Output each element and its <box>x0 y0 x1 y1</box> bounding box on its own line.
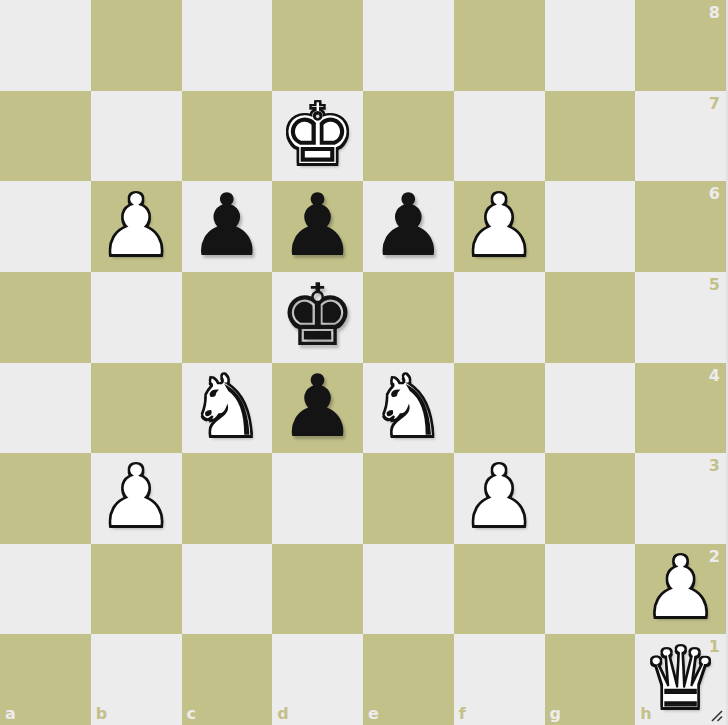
square-f5[interactable] <box>454 272 545 363</box>
white-pawn-piece[interactable]: ♟ <box>642 544 719 630</box>
square-a4[interactable] <box>0 363 91 454</box>
square-e7[interactable] <box>363 91 454 182</box>
square-c7[interactable] <box>182 91 273 182</box>
square-d1[interactable]: d <box>272 634 363 725</box>
rank-label-3: 3 <box>709 456 720 475</box>
square-b5[interactable] <box>91 272 182 363</box>
square-d5[interactable]: ♚ <box>272 272 363 363</box>
square-a1[interactable]: a <box>0 634 91 725</box>
square-d2[interactable] <box>272 544 363 635</box>
black-pawn-piece[interactable]: ♟ <box>279 182 356 268</box>
square-e1[interactable]: e <box>363 634 454 725</box>
square-c6[interactable]: ♟ <box>182 181 273 272</box>
square-e3[interactable] <box>363 453 454 544</box>
square-g7[interactable] <box>545 91 636 182</box>
square-d6[interactable]: ♟ <box>272 181 363 272</box>
square-d7[interactable]: ♚ <box>272 91 363 182</box>
white-pawn-piece[interactable]: ♟ <box>98 182 175 268</box>
white-pawn-piece[interactable]: ♟ <box>98 453 175 539</box>
square-c1[interactable]: c <box>182 634 273 725</box>
black-pawn-piece[interactable]: ♟ <box>188 182 265 268</box>
square-a3[interactable] <box>0 453 91 544</box>
square-h6[interactable]: 6 <box>635 181 726 272</box>
square-e6[interactable]: ♟ <box>363 181 454 272</box>
square-d3[interactable] <box>272 453 363 544</box>
square-g4[interactable] <box>545 363 636 454</box>
file-label-g: g <box>550 704 561 723</box>
square-b1[interactable]: b <box>91 634 182 725</box>
square-g1[interactable]: g <box>545 634 636 725</box>
square-b8[interactable] <box>91 0 182 91</box>
square-a7[interactable] <box>0 91 91 182</box>
rank-label-7: 7 <box>709 94 720 113</box>
file-label-f: f <box>459 704 466 723</box>
square-h4[interactable]: 4 <box>635 363 726 454</box>
file-label-b: b <box>96 704 107 723</box>
square-b4[interactable] <box>91 363 182 454</box>
file-label-e: e <box>368 704 379 723</box>
rank-label-5: 5 <box>709 275 720 294</box>
white-queen-piece[interactable]: ♛ <box>642 635 719 721</box>
square-e5[interactable] <box>363 272 454 363</box>
file-label-c: c <box>187 704 196 723</box>
rank-label-6: 6 <box>709 184 720 203</box>
black-pawn-piece[interactable]: ♟ <box>279 363 356 449</box>
square-c8[interactable] <box>182 0 273 91</box>
black-king-piece[interactable]: ♚ <box>279 272 356 358</box>
square-b2[interactable] <box>91 544 182 635</box>
square-f1[interactable]: f <box>454 634 545 725</box>
square-f7[interactable] <box>454 91 545 182</box>
square-b3[interactable]: ♟ <box>91 453 182 544</box>
square-h5[interactable]: 5 <box>635 272 726 363</box>
square-g5[interactable] <box>545 272 636 363</box>
file-label-a: a <box>5 704 16 723</box>
resize-handle-icon[interactable] <box>709 708 724 723</box>
square-e4[interactable]: ♞ <box>363 363 454 454</box>
square-b6[interactable]: ♟ <box>91 181 182 272</box>
square-f4[interactable] <box>454 363 545 454</box>
square-e8[interactable] <box>363 0 454 91</box>
square-c2[interactable] <box>182 544 273 635</box>
white-pawn-piece[interactable]: ♟ <box>461 453 538 539</box>
white-pawn-piece[interactable]: ♟ <box>461 182 538 268</box>
square-g3[interactable] <box>545 453 636 544</box>
square-a5[interactable] <box>0 272 91 363</box>
square-f6[interactable]: ♟ <box>454 181 545 272</box>
square-f2[interactable] <box>454 544 545 635</box>
square-a2[interactable] <box>0 544 91 635</box>
black-pawn-piece[interactable]: ♟ <box>370 182 447 268</box>
file-label-d: d <box>277 704 288 723</box>
square-h7[interactable]: 7 <box>635 91 726 182</box>
square-f8[interactable] <box>454 0 545 91</box>
square-c5[interactable] <box>182 272 273 363</box>
chess-board: 8♚7♟♟♟♟♟6♚5♞♟♞4♟♟32♟abcdefg1h♛ <box>0 0 726 725</box>
square-b7[interactable] <box>91 91 182 182</box>
square-a8[interactable] <box>0 0 91 91</box>
square-h2[interactable]: 2♟ <box>635 544 726 635</box>
square-c4[interactable]: ♞ <box>182 363 273 454</box>
square-g2[interactable] <box>545 544 636 635</box>
white-knight-piece[interactable]: ♞ <box>370 363 447 449</box>
square-e2[interactable] <box>363 544 454 635</box>
square-h8[interactable]: 8 <box>635 0 726 91</box>
rank-label-8: 8 <box>709 3 720 22</box>
square-g8[interactable] <box>545 0 636 91</box>
white-knight-piece[interactable]: ♞ <box>188 363 265 449</box>
square-h3[interactable]: 3 <box>635 453 726 544</box>
square-d4[interactable]: ♟ <box>272 363 363 454</box>
square-h1[interactable]: 1h♛ <box>635 634 726 725</box>
square-d8[interactable] <box>272 0 363 91</box>
square-g6[interactable] <box>545 181 636 272</box>
square-c3[interactable] <box>182 453 273 544</box>
rank-label-4: 4 <box>709 366 720 385</box>
square-a6[interactable] <box>0 181 91 272</box>
square-f3[interactable]: ♟ <box>454 453 545 544</box>
white-king-piece[interactable]: ♚ <box>279 91 356 177</box>
